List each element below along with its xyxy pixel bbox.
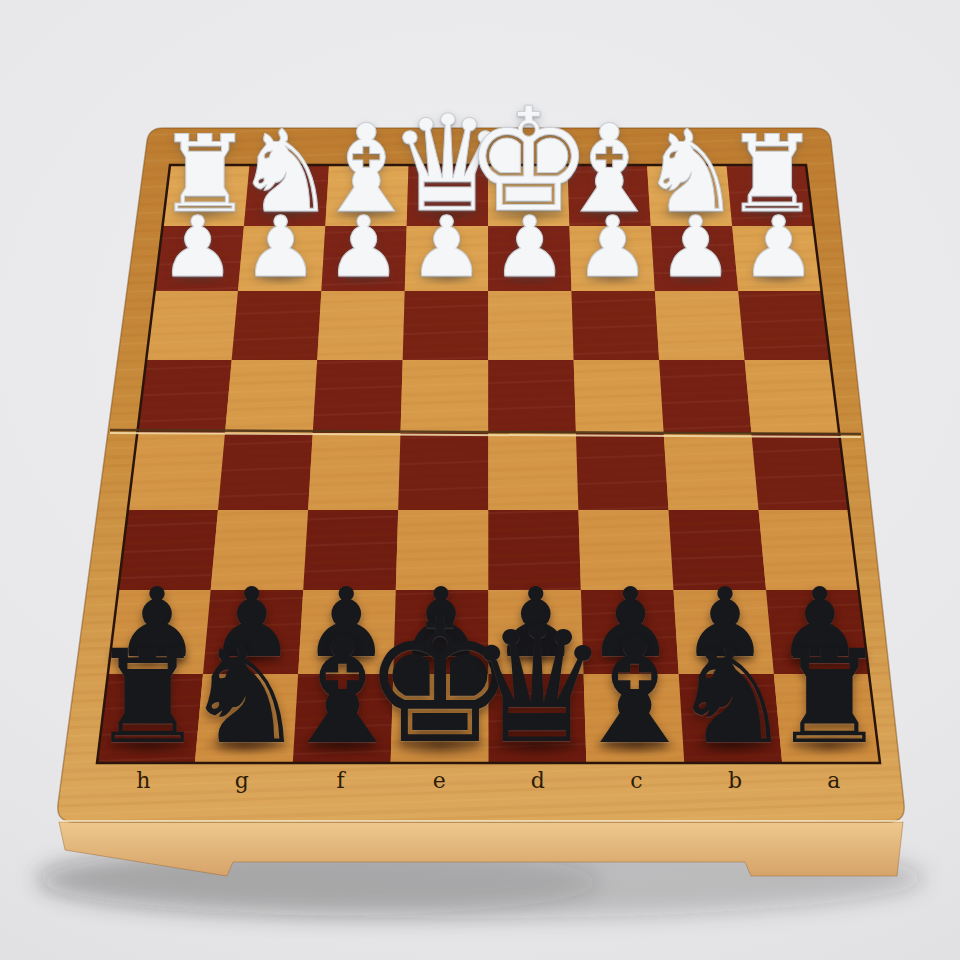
file-label-e: e [433,768,446,793]
file-label-a: a [827,768,840,793]
file-label-g: g [235,768,249,793]
file-label-b: b [728,768,742,793]
chess-board: hgfedcba [0,0,960,960]
field-grain-overlay [97,165,880,763]
file-label-h: h [136,768,150,793]
file-label-c: c [630,768,642,793]
board-graphic: hgfedcba [0,0,960,960]
file-label-d: d [531,768,545,793]
chess-set-photo: hgfedcba ♜♞♝♛♚♝♞♜♟♟♟♟♟♟♟♟♟♟♟♟♟♟♟♟♜♞♝♚♛♝♞… [0,0,960,960]
